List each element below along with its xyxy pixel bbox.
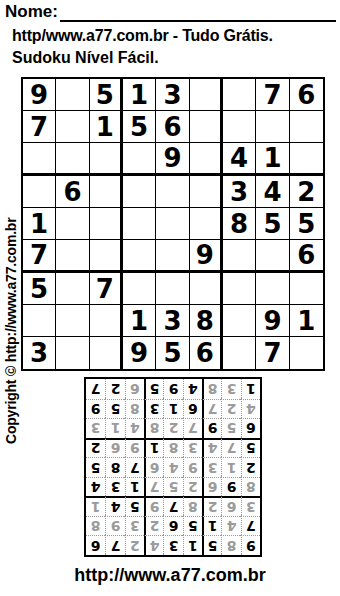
puzzle-cell-r7c3: 7 [90, 273, 123, 305]
puzzle-cell-r7c7 [223, 273, 256, 305]
solution-cell-r3c1: 3 [241, 496, 260, 516]
puzzle-cell-r6c1: 7 [23, 240, 56, 273]
puzzle-cell-r2c2 [56, 111, 89, 143]
solution-cell-r4c6: 7 [144, 477, 163, 497]
puzzle-cell-r1c2 [56, 79, 89, 111]
solution-cell-r4c5: 5 [163, 477, 182, 497]
puzzle-cell-r4c6 [190, 176, 223, 208]
solution-cell-r5c4: 9 [183, 457, 202, 477]
puzzle-cell-r7c4 [123, 273, 156, 305]
solution-cell-r4c1: 8 [241, 477, 260, 497]
solution-cell-r7c4: 7 [183, 418, 202, 438]
puzzle-cell-r2c9 [290, 111, 323, 143]
solution-cell-r2c9: 8 [86, 516, 105, 536]
solution-cell-r5c3: 3 [202, 457, 221, 477]
puzzle-cell-r5c9: 5 [290, 208, 323, 240]
solution-cell-r1c1: 9 [241, 535, 260, 555]
solution-cell-r1c4: 1 [183, 535, 202, 555]
solution-cell-r3c9: 1 [86, 496, 105, 516]
solution-cell-r5c5: 4 [163, 457, 182, 477]
solution-cell-r6c6: 1 [144, 438, 163, 458]
solution-cell-r9c2: 3 [221, 379, 240, 399]
puzzle-cell-r3c1 [23, 143, 56, 176]
puzzle-cell-r8c4: 1 [123, 305, 156, 337]
solution-cell-r3c2: 6 [221, 496, 240, 516]
site-header: http/www.a77.com.br - Tudo Grátis. [12, 27, 273, 45]
solution-cell-r4c4: 2 [183, 477, 202, 497]
puzzle-cell-r1c3: 5 [90, 79, 123, 111]
solution-cell-r2c1: 7 [241, 516, 260, 536]
puzzle-cell-r3c4 [123, 143, 156, 176]
footer-url: http://www.a77.com.br [0, 565, 340, 586]
puzzle-cell-r6c2 [56, 240, 89, 273]
solution-cell-r7c9: 3 [86, 418, 105, 438]
puzzle-cell-r5c7: 8 [223, 208, 256, 240]
puzzle-cell-r8c8: 9 [256, 305, 289, 337]
puzzle-cell-r5c4 [123, 208, 156, 240]
solution-cell-r3c3: 2 [202, 496, 221, 516]
puzzle-cell-r5c3 [90, 208, 123, 240]
solution-cell-r2c3: 1 [202, 516, 221, 536]
copyright-vertical-text: Copyright © http://www.a77.com.br [3, 218, 19, 444]
puzzle-cell-r6c6: 9 [190, 240, 223, 273]
puzzle-cell-r2c5: 6 [156, 111, 189, 143]
puzzle-cell-r6c5 [156, 240, 189, 273]
solution-cell-r9c6: 5 [144, 379, 163, 399]
solution-cell-r7c8: 1 [105, 418, 124, 438]
solution-cell-r7c3: 9 [202, 418, 221, 438]
puzzle-cell-r4c5 [156, 176, 189, 208]
solution-cell-r5c1: 2 [241, 457, 260, 477]
name-label: Nome: [5, 2, 58, 22]
solution-cell-r7c7: 4 [125, 418, 144, 438]
solution-cell-r7c2: 5 [221, 418, 240, 438]
puzzle-cell-r9c5: 5 [156, 337, 189, 369]
solution-cell-r2c5: 6 [163, 516, 182, 536]
puzzle-cell-r5c8: 5 [256, 208, 289, 240]
solution-cell-r8c3: 7 [202, 399, 221, 419]
name-row: Nome: [5, 2, 336, 22]
puzzle-cell-r6c9: 6 [290, 240, 323, 273]
solution-cell-r6c4: 3 [183, 438, 202, 458]
solution-cell-r8c5: 1 [163, 399, 182, 419]
solution-cell-r1c9: 6 [86, 535, 105, 555]
puzzle-cell-r2c1: 7 [23, 111, 56, 143]
puzzle-cell-r4c2: 6 [56, 176, 89, 208]
solution-cell-r4c8: 3 [105, 477, 124, 497]
puzzle-cell-r4c4 [123, 176, 156, 208]
puzzle-cell-r1c6 [190, 79, 223, 111]
solution-cell-r4c9: 4 [86, 477, 105, 497]
puzzle-cell-r5c2 [56, 208, 89, 240]
solution-cell-r9c5: 9 [163, 379, 182, 399]
puzzle-cell-r9c1: 3 [23, 337, 56, 369]
solution-cell-r8c2: 2 [221, 399, 240, 419]
puzzle-cell-r1c7 [223, 79, 256, 111]
solution-cell-r9c4: 4 [183, 379, 202, 399]
solution-cell-r1c3: 5 [202, 535, 221, 555]
solution-cell-r3c7: 5 [125, 496, 144, 516]
puzzle-cell-r2c7 [223, 111, 256, 143]
solution-cell-r1c2: 8 [221, 535, 240, 555]
solution-cell-r3c5: 7 [163, 496, 182, 516]
solution-cell-r2c7: 3 [125, 516, 144, 536]
sudoku-solution-grid: 9851342767415623983628795418962571342139… [84, 377, 262, 557]
puzzle-cell-r8c9: 1 [290, 305, 323, 337]
puzzle-cell-r6c7 [223, 240, 256, 273]
puzzle-cell-r8c7 [223, 305, 256, 337]
puzzle-cell-r8c3 [90, 305, 123, 337]
solution-cell-r2c8: 9 [105, 516, 124, 536]
solution-cell-r6c7: 9 [125, 438, 144, 458]
puzzle-cell-r8c2 [56, 305, 89, 337]
puzzle-cell-r4c9: 2 [290, 176, 323, 208]
solution-cell-r1c8: 7 [105, 535, 124, 555]
puzzle-cell-r8c5: 3 [156, 305, 189, 337]
puzzle-cell-r4c1 [23, 176, 56, 208]
name-blank-line [60, 2, 336, 22]
solution-cell-r4c7: 1 [125, 477, 144, 497]
puzzle-cell-r3c5: 9 [156, 143, 189, 176]
solution-cell-r5c8: 8 [105, 457, 124, 477]
puzzle-cell-r5c1: 1 [23, 208, 56, 240]
solution-cell-r6c8: 6 [105, 438, 124, 458]
puzzle-cell-r9c8: 7 [256, 337, 289, 369]
solution-cell-r6c3: 4 [202, 438, 221, 458]
solution-cell-r4c3: 6 [202, 477, 221, 497]
puzzle-cell-r3c7: 4 [223, 143, 256, 176]
puzzle-cell-r7c1: 5 [23, 273, 56, 305]
solution-cell-r8c8: 5 [105, 399, 124, 419]
puzzle-cell-r3c9 [290, 143, 323, 176]
solution-cell-r1c5: 3 [163, 535, 182, 555]
puzzle-cell-r1c5: 3 [156, 79, 189, 111]
solution-cell-r3c8: 4 [105, 496, 124, 516]
puzzle-cell-r7c5 [156, 273, 189, 305]
puzzle-cell-r9c6: 6 [190, 337, 223, 369]
puzzle-cell-r5c5 [156, 208, 189, 240]
puzzle-cell-r8c6: 8 [190, 305, 223, 337]
puzzle-cell-r7c8 [256, 273, 289, 305]
solution-cell-r6c1: 5 [241, 438, 260, 458]
sudoku-puzzle-grid: 951376715694163421855796571389139567 [21, 77, 325, 371]
worksheet-page: Nome: http/www.a77.com.br - Tudo Grátis.… [0, 0, 340, 596]
puzzle-cell-r1c1: 9 [23, 79, 56, 111]
solution-cell-r2c6: 2 [144, 516, 163, 536]
puzzle-cell-r3c6 [190, 143, 223, 176]
puzzle-cell-r2c6 [190, 111, 223, 143]
solution-cell-r8c6: 3 [144, 399, 163, 419]
puzzle-cell-r1c4: 1 [123, 79, 156, 111]
puzzle-cell-r2c3: 1 [90, 111, 123, 143]
puzzle-cell-r9c9 [290, 337, 323, 369]
solution-cell-r9c8: 2 [105, 379, 124, 399]
puzzle-cell-r9c2 [56, 337, 89, 369]
solution-cell-r7c6: 8 [144, 418, 163, 438]
puzzle-cell-r4c7: 3 [223, 176, 256, 208]
solution-cell-r1c6: 4 [144, 535, 163, 555]
solution-cell-r4c2: 9 [221, 477, 240, 497]
puzzle-cell-r6c4 [123, 240, 156, 273]
puzzle-cell-r8c1 [23, 305, 56, 337]
solution-cell-r9c1: 1 [241, 379, 260, 399]
puzzle-cell-r9c7 [223, 337, 256, 369]
level-header: Sudoku Nível Fácil. [12, 49, 159, 67]
puzzle-cell-r1c9: 6 [290, 79, 323, 111]
solution-cell-r1c7: 2 [125, 535, 144, 555]
solution-cell-r8c7: 8 [125, 399, 144, 419]
puzzle-cell-r4c8: 4 [256, 176, 289, 208]
solution-cell-r5c6: 6 [144, 457, 163, 477]
solution-cell-r7c1: 6 [241, 418, 260, 438]
puzzle-cell-r7c9 [290, 273, 323, 305]
puzzle-cell-r7c6 [190, 273, 223, 305]
puzzle-cell-r3c3 [90, 143, 123, 176]
solution-cell-r8c4: 6 [183, 399, 202, 419]
puzzle-cell-r6c8 [256, 240, 289, 273]
solution-cell-r9c9: 7 [86, 379, 105, 399]
solution-cell-r7c5: 2 [163, 418, 182, 438]
solution-cell-r5c2: 1 [221, 457, 240, 477]
puzzle-cell-r3c2 [56, 143, 89, 176]
puzzle-cell-r5c6 [190, 208, 223, 240]
puzzle-cell-r2c4: 5 [123, 111, 156, 143]
solution-cell-r9c7: 6 [125, 379, 144, 399]
solution-cell-r9c3: 8 [202, 379, 221, 399]
puzzle-cell-r2c8 [256, 111, 289, 143]
puzzle-cell-r6c3 [90, 240, 123, 273]
solution-cell-r6c9: 2 [86, 438, 105, 458]
puzzle-cell-r3c8: 1 [256, 143, 289, 176]
solution-cell-r3c4: 8 [183, 496, 202, 516]
puzzle-cell-r4c3 [90, 176, 123, 208]
puzzle-cell-r9c3 [90, 337, 123, 369]
solution-cell-r6c5: 8 [163, 438, 182, 458]
solution-cell-r5c9: 5 [86, 457, 105, 477]
solution-cell-r8c9: 9 [86, 399, 105, 419]
solution-cell-r5c7: 7 [125, 457, 144, 477]
puzzle-cell-r1c8: 7 [256, 79, 289, 111]
solution-cell-r8c1: 4 [241, 399, 260, 419]
solution-cell-r3c6: 9 [144, 496, 163, 516]
solution-cell-r2c2: 4 [221, 516, 240, 536]
solution-cell-r2c4: 5 [183, 516, 202, 536]
solution-cell-r6c2: 7 [221, 438, 240, 458]
puzzle-cell-r9c4: 9 [123, 337, 156, 369]
puzzle-cell-r7c2 [56, 273, 89, 305]
